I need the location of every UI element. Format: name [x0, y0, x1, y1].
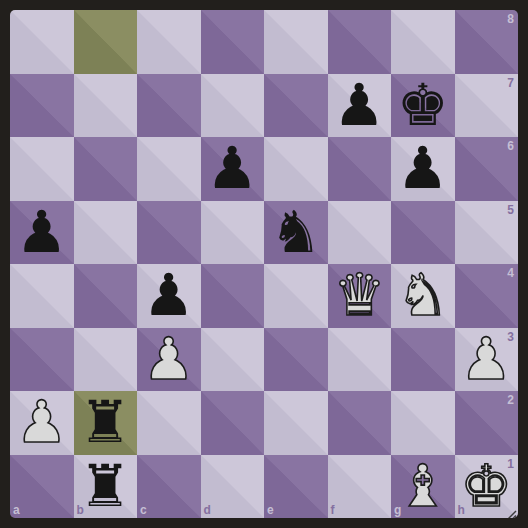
square-a8[interactable] — [10, 10, 74, 74]
square-d5[interactable] — [201, 201, 265, 265]
square-b5[interactable] — [74, 201, 138, 265]
square-c4[interactable]: ♟ — [137, 264, 201, 328]
square-c8[interactable] — [137, 10, 201, 74]
square-b8[interactable] — [74, 10, 138, 74]
square-b2[interactable]: ♜ — [74, 391, 138, 455]
square-g4[interactable]: ♞ — [391, 264, 455, 328]
black-knight[interactable]: ♞ — [270, 201, 322, 265]
square-e7[interactable] — [264, 74, 328, 138]
square-f5[interactable] — [328, 201, 392, 265]
square-c6[interactable] — [137, 137, 201, 201]
square-e3[interactable] — [264, 328, 328, 392]
square-a2[interactable]: ♟ — [10, 391, 74, 455]
square-a7[interactable] — [10, 74, 74, 138]
square-g6[interactable]: ♟ — [391, 137, 455, 201]
square-f3[interactable] — [328, 328, 392, 392]
square-b1[interactable]: ♜ — [74, 455, 138, 519]
square-c1[interactable] — [137, 455, 201, 519]
square-b7[interactable] — [74, 74, 138, 138]
square-a3[interactable] — [10, 328, 74, 392]
square-a4[interactable] — [10, 264, 74, 328]
square-d8[interactable] — [201, 10, 265, 74]
square-h8[interactable] — [455, 10, 519, 74]
black-pawn[interactable]: ♟ — [333, 74, 385, 138]
square-e4[interactable] — [264, 264, 328, 328]
square-e1[interactable] — [264, 455, 328, 519]
square-f4[interactable]: ♛ — [328, 264, 392, 328]
square-d3[interactable] — [201, 328, 265, 392]
board-grid: ♟♚♟♟♟♞♟♛♞♟♟♟♜♜♝♚ — [10, 10, 518, 518]
square-f2[interactable] — [328, 391, 392, 455]
square-b3[interactable] — [74, 328, 138, 392]
square-h5[interactable] — [455, 201, 519, 265]
white-queen[interactable]: ♛ — [333, 264, 385, 328]
square-e5[interactable]: ♞ — [264, 201, 328, 265]
square-h2[interactable] — [455, 391, 519, 455]
white-pawn[interactable]: ♟ — [460, 328, 512, 392]
black-king[interactable]: ♚ — [397, 74, 449, 138]
square-g8[interactable] — [391, 10, 455, 74]
square-b4[interactable] — [74, 264, 138, 328]
square-h4[interactable] — [455, 264, 519, 328]
square-b6[interactable] — [74, 137, 138, 201]
black-pawn[interactable]: ♟ — [206, 137, 258, 201]
square-c7[interactable] — [137, 74, 201, 138]
square-c3[interactable]: ♟ — [137, 328, 201, 392]
square-a1[interactable] — [10, 455, 74, 519]
square-g1[interactable]: ♝ — [391, 455, 455, 519]
black-pawn[interactable]: ♟ — [143, 264, 195, 328]
white-pawn[interactable]: ♟ — [16, 391, 68, 455]
square-g5[interactable] — [391, 201, 455, 265]
square-d1[interactable] — [201, 455, 265, 519]
black-pawn[interactable]: ♟ — [397, 137, 449, 201]
square-g7[interactable]: ♚ — [391, 74, 455, 138]
square-e8[interactable] — [264, 10, 328, 74]
square-h7[interactable] — [455, 74, 519, 138]
square-d4[interactable] — [201, 264, 265, 328]
square-h6[interactable] — [455, 137, 519, 201]
square-a5[interactable]: ♟ — [10, 201, 74, 265]
square-c5[interactable] — [137, 201, 201, 265]
black-pawn[interactable]: ♟ — [16, 201, 68, 265]
square-d2[interactable] — [201, 391, 265, 455]
square-c2[interactable] — [137, 391, 201, 455]
white-knight[interactable]: ♞ — [397, 264, 449, 328]
white-pawn[interactable]: ♟ — [143, 328, 195, 392]
square-f7[interactable]: ♟ — [328, 74, 392, 138]
black-rook[interactable]: ♜ — [79, 391, 131, 455]
square-f6[interactable] — [328, 137, 392, 201]
square-d7[interactable] — [201, 74, 265, 138]
square-e2[interactable] — [264, 391, 328, 455]
chess-board: ♟♚♟♟♟♞♟♛♞♟♟♟♜♜♝♚ abcdefgh12345678 — [10, 10, 518, 518]
black-rook[interactable]: ♜ — [79, 455, 131, 519]
square-g3[interactable] — [391, 328, 455, 392]
white-bishop[interactable]: ♝ — [397, 455, 449, 519]
square-f8[interactable] — [328, 10, 392, 74]
resize-grip-icon — [505, 508, 517, 518]
page-background: ♟♚♟♟♟♞♟♛♞♟♟♟♜♜♝♚ abcdefgh12345678 — [0, 0, 528, 528]
square-f1[interactable] — [328, 455, 392, 519]
resize-handle[interactable] — [505, 505, 517, 517]
square-a6[interactable] — [10, 137, 74, 201]
square-d6[interactable]: ♟ — [201, 137, 265, 201]
square-h3[interactable]: ♟ — [455, 328, 519, 392]
square-g2[interactable] — [391, 391, 455, 455]
square-e6[interactable] — [264, 137, 328, 201]
